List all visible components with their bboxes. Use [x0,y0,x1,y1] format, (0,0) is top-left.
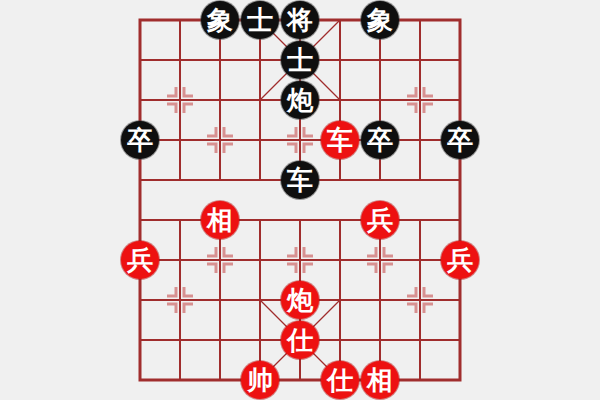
black-chariot[interactable]: 车 [281,161,319,199]
point-marker [184,304,193,313]
point-marker [407,304,416,313]
point-marker [167,104,176,113]
point-marker [287,127,296,136]
black-elephant[interactable]: 象 [361,1,399,39]
point-marker [424,287,433,296]
point-marker [424,304,433,313]
point-marker [367,264,376,273]
red-elephant[interactable]: 相 [361,361,399,399]
point-marker [224,247,233,256]
black-general[interactable]: 将 [281,1,319,39]
point-marker [384,264,393,273]
point-marker [407,104,416,113]
point-marker [207,144,216,153]
point-marker [407,87,416,96]
point-marker [207,127,216,136]
red-advisor[interactable]: 仕 [321,361,359,399]
point-marker [407,287,416,296]
point-marker [167,304,176,313]
black-cannon[interactable]: 炮 [281,81,319,119]
point-marker [184,104,193,113]
red-soldier[interactable]: 兵 [121,241,159,279]
point-marker [207,264,216,273]
black-advisor[interactable]: 士 [281,41,319,79]
black-soldier[interactable]: 卒 [361,121,399,159]
point-marker [167,87,176,96]
point-marker [384,247,393,256]
red-general[interactable]: 帅 [241,361,279,399]
black-soldier[interactable]: 卒 [121,121,159,159]
point-marker [424,87,433,96]
point-marker [167,287,176,296]
point-marker [184,87,193,96]
red-elephant[interactable]: 相 [201,201,239,239]
point-marker [224,144,233,153]
red-chariot[interactable]: 车 [321,121,359,159]
black-advisor[interactable]: 士 [241,1,279,39]
point-marker [304,144,313,153]
red-cannon[interactable]: 炮 [281,281,319,319]
point-marker [304,127,313,136]
point-marker [224,127,233,136]
black-soldier[interactable]: 卒 [441,121,479,159]
point-marker [184,287,193,296]
point-marker [207,247,216,256]
point-marker [367,247,376,256]
point-marker [424,104,433,113]
red-soldier[interactable]: 兵 [441,241,479,279]
red-advisor[interactable]: 仕 [281,321,319,359]
point-marker [287,144,296,153]
point-marker [287,264,296,273]
point-marker [287,247,296,256]
point-marker [304,264,313,273]
point-marker [224,264,233,273]
xiangqi-board-screen: 象士将象士炮卒车卒卒车相兵兵兵炮仕帅仕相 [0,0,600,400]
black-elephant[interactable]: 象 [201,1,239,39]
point-marker [304,247,313,256]
red-soldier[interactable]: 兵 [361,201,399,239]
